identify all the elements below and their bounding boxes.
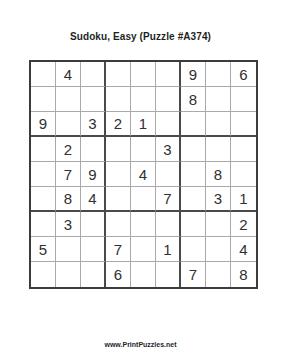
cell-r3c5-given: 1 <box>131 112 156 137</box>
sudoku-grid: 4968932123794884731325714678 <box>29 60 258 289</box>
cell-r9c2-empty[interactable] <box>56 262 81 287</box>
cell-r2c7-given: 8 <box>181 87 206 112</box>
cell-r3c9-empty[interactable] <box>231 112 256 137</box>
cell-r4c8-empty[interactable] <box>206 137 231 162</box>
cell-r5c6-empty[interactable] <box>156 162 181 187</box>
cell-r1c9-given: 6 <box>231 62 256 87</box>
cell-r6c2-given: 8 <box>56 187 81 212</box>
cell-r1c6-empty[interactable] <box>156 62 181 87</box>
cell-r5c3-given: 9 <box>81 162 106 187</box>
cell-r4c3-empty[interactable] <box>81 137 106 162</box>
cell-r9c1-empty[interactable] <box>31 262 56 287</box>
cell-r1c8-empty[interactable] <box>206 62 231 87</box>
cell-r1c2-given: 4 <box>56 62 81 87</box>
cell-r8c1-given: 5 <box>31 237 56 262</box>
cell-r2c5-empty[interactable] <box>131 87 156 112</box>
cell-r1c1-empty[interactable] <box>31 62 56 87</box>
cell-r5c1-empty[interactable] <box>31 162 56 187</box>
cell-r6c8-given: 3 <box>206 187 231 212</box>
cell-r1c5-empty[interactable] <box>131 62 156 87</box>
cell-r3c4-given: 2 <box>106 112 131 137</box>
cell-r4c2-given: 2 <box>56 137 81 162</box>
cell-r4c6-given: 3 <box>156 137 181 162</box>
cell-r1c4-empty[interactable] <box>106 62 131 87</box>
cell-r4c1-empty[interactable] <box>31 137 56 162</box>
cell-r4c9-empty[interactable] <box>231 137 256 162</box>
cell-r9c8-empty[interactable] <box>206 262 231 287</box>
cell-r2c2-empty[interactable] <box>56 87 81 112</box>
cell-r8c5-empty[interactable] <box>131 237 156 262</box>
cell-r2c4-empty[interactable] <box>106 87 131 112</box>
cell-r2c3-empty[interactable] <box>81 87 106 112</box>
cell-r8c6-given: 1 <box>156 237 181 262</box>
cell-r3c2-empty[interactable] <box>56 112 81 137</box>
cell-r2c8-empty[interactable] <box>206 87 231 112</box>
cell-r7c6-empty[interactable] <box>156 212 181 237</box>
cell-r8c3-empty[interactable] <box>81 237 106 262</box>
cell-r3c7-empty[interactable] <box>181 112 206 137</box>
cell-r2c9-empty[interactable] <box>231 87 256 112</box>
cell-r3c8-empty[interactable] <box>206 112 231 137</box>
cell-r3c3-given: 3 <box>81 112 106 137</box>
footer-url: www.PrintPuzzles.net <box>0 341 281 348</box>
cell-r9c9-given: 8 <box>231 262 256 287</box>
cell-r5c2-given: 7 <box>56 162 81 187</box>
cell-r6c4-empty[interactable] <box>106 187 131 212</box>
cell-r5c9-empty[interactable] <box>231 162 256 187</box>
cell-r6c5-empty[interactable] <box>131 187 156 212</box>
cell-r5c4-empty[interactable] <box>106 162 131 187</box>
cell-r5c7-empty[interactable] <box>181 162 206 187</box>
cell-r6c7-empty[interactable] <box>181 187 206 212</box>
cell-r2c6-empty[interactable] <box>156 87 181 112</box>
cell-r8c4-given: 7 <box>106 237 131 262</box>
cell-r7c7-empty[interactable] <box>181 212 206 237</box>
cell-r9c4-given: 6 <box>106 262 131 287</box>
cell-r3c6-empty[interactable] <box>156 112 181 137</box>
cell-r8c7-empty[interactable] <box>181 237 206 262</box>
cell-r8c9-given: 4 <box>231 237 256 262</box>
cell-r4c5-empty[interactable] <box>131 137 156 162</box>
page-title: Sudoku, Easy (Puzzle #A374) <box>0 31 281 42</box>
cell-r7c5-empty[interactable] <box>131 212 156 237</box>
cell-r7c9-given: 2 <box>231 212 256 237</box>
cell-r8c8-empty[interactable] <box>206 237 231 262</box>
cell-r6c6-given: 7 <box>156 187 181 212</box>
cell-r6c9-given: 1 <box>231 187 256 212</box>
cell-r6c3-given: 4 <box>81 187 106 212</box>
cell-r7c4-empty[interactable] <box>106 212 131 237</box>
cell-r9c7-given: 7 <box>181 262 206 287</box>
cell-r9c6-empty[interactable] <box>156 262 181 287</box>
cell-r8c2-empty[interactable] <box>56 237 81 262</box>
cell-r5c8-given: 8 <box>206 162 231 187</box>
cell-r7c3-empty[interactable] <box>81 212 106 237</box>
cell-r1c3-empty[interactable] <box>81 62 106 87</box>
cell-r7c8-empty[interactable] <box>206 212 231 237</box>
cell-r7c1-empty[interactable] <box>31 212 56 237</box>
cell-r1c7-given: 9 <box>181 62 206 87</box>
cell-r7c2-given: 3 <box>56 212 81 237</box>
cell-r6c1-empty[interactable] <box>31 187 56 212</box>
cell-r9c5-empty[interactable] <box>131 262 156 287</box>
cell-r3c1-given: 9 <box>31 112 56 137</box>
cell-r2c1-empty[interactable] <box>31 87 56 112</box>
cell-r4c4-empty[interactable] <box>106 137 131 162</box>
cell-r5c5-given: 4 <box>131 162 156 187</box>
cell-r4c7-empty[interactable] <box>181 137 206 162</box>
cell-r9c3-empty[interactable] <box>81 262 106 287</box>
